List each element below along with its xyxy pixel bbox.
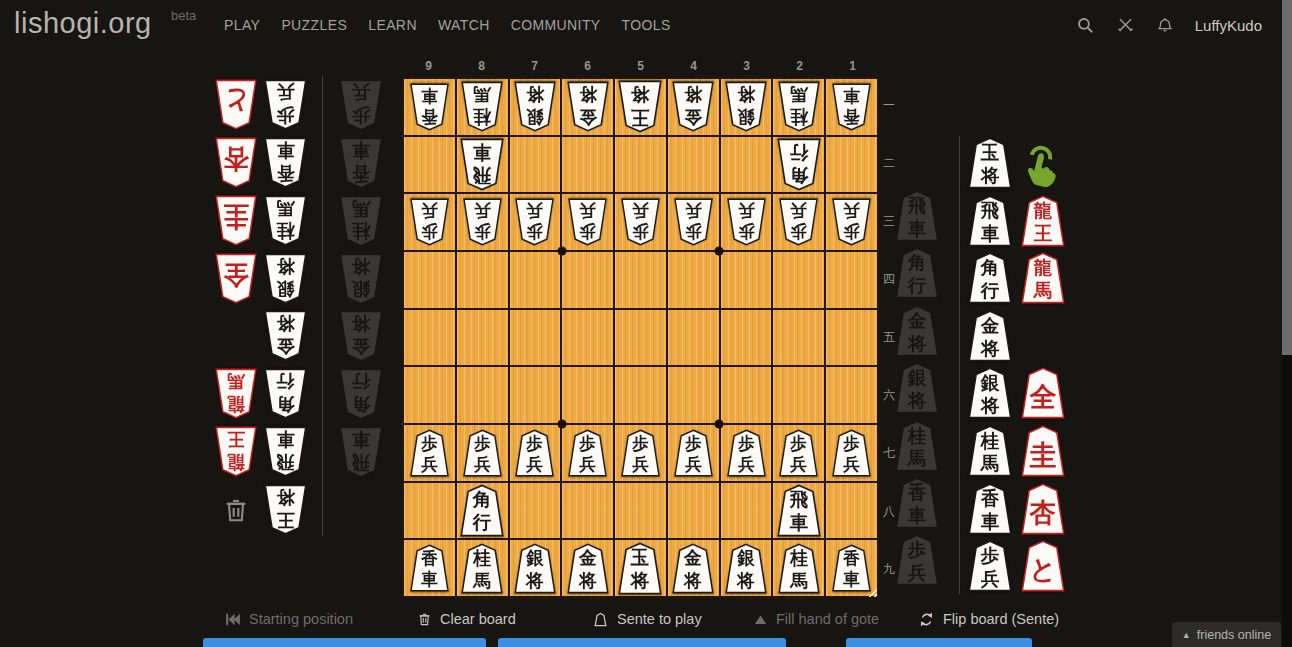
square-45[interactable]	[668, 310, 719, 366]
square-57[interactable]: 歩兵	[615, 425, 666, 481]
palette-gote-+r[interactable]: 龍王	[214, 426, 258, 477]
piece-R-28[interactable]: 飛車	[776, 484, 822, 537]
svg-text:車: 車	[421, 86, 438, 106]
svg-text:金: 金	[907, 310, 927, 331]
square-69[interactable]: 金将	[562, 540, 613, 596]
palette-gote-n[interactable]: 桂馬	[263, 195, 308, 246]
sente-hand-B[interactable]: 角行	[894, 247, 940, 299]
square-34[interactable]	[721, 252, 772, 308]
svg-text:歩: 歩	[907, 539, 927, 560]
hoshi-dot-2	[715, 247, 724, 256]
file-label-9: 9	[402, 59, 455, 75]
gote-hand-r[interactable]: 飛車	[338, 426, 384, 478]
piece-p-53[interactable]: 歩兵	[620, 198, 661, 246]
svg-text:兵: 兵	[631, 454, 649, 474]
palette-sente-S[interactable]: 銀将	[967, 367, 1013, 419]
palette-gote-l[interactable]: 香車	[263, 137, 308, 188]
piece-S-39[interactable]: 銀将	[724, 543, 768, 594]
piece-s-31[interactable]: 銀将	[724, 81, 768, 132]
square-89[interactable]: 桂馬	[457, 540, 508, 596]
file-labels: 987654321	[402, 59, 879, 75]
square-37[interactable]: 歩兵	[721, 425, 772, 481]
palette-gote-p[interactable]: 歩兵	[263, 79, 308, 130]
square-21[interactable]: 桂馬	[773, 79, 824, 135]
piece-s-71[interactable]: 銀将	[513, 81, 557, 132]
file-label-8: 8	[455, 59, 508, 75]
svg-text:歩: 歩	[843, 222, 861, 242]
action-flip-board-sente-[interactable]: Flip board (Sente)	[918, 605, 1059, 633]
square-15[interactable]	[826, 310, 877, 366]
nav-item-tools[interactable]: TOOLS	[622, 17, 671, 33]
svg-text:角: 角	[790, 165, 809, 186]
square-61[interactable]: 金将	[562, 79, 613, 135]
piece-K-59[interactable]: 玉将	[617, 542, 663, 595]
square-62[interactable]	[562, 137, 613, 193]
palette-gote-k[interactable]: 王将	[263, 484, 308, 535]
svg-text:歩: 歩	[579, 222, 597, 242]
piece-P-77[interactable]: 歩兵	[514, 429, 555, 477]
file-label-3: 3	[720, 59, 773, 75]
square-18[interactable]	[826, 483, 877, 539]
square-22[interactable]: 角行	[773, 137, 824, 193]
svg-text:歩: 歩	[420, 433, 438, 453]
piece-S-79[interactable]: 銀将	[513, 543, 557, 594]
svg-text:金: 金	[579, 107, 598, 128]
piece-B-88[interactable]: 角行	[459, 484, 505, 537]
svg-text:龍: 龍	[1033, 257, 1053, 278]
square-26[interactable]	[773, 367, 824, 423]
svg-text:歩: 歩	[277, 105, 296, 126]
svg-text:馬: 馬	[790, 85, 809, 106]
piece-L-99[interactable]: 香車	[409, 544, 450, 592]
svg-text:兵: 兵	[526, 454, 544, 474]
square-43[interactable]: 歩兵	[668, 194, 719, 250]
square-47[interactable]: 歩兵	[668, 425, 719, 481]
svg-text:飛: 飛	[980, 199, 999, 220]
piece-N-89[interactable]: 桂馬	[460, 543, 504, 594]
svg-text:と: と	[1029, 554, 1056, 585]
piece-p-63[interactable]: 歩兵	[567, 198, 608, 246]
svg-text:桂: 桂	[789, 547, 808, 568]
square-53[interactable]: 歩兵	[615, 194, 666, 250]
square-42[interactable]	[668, 137, 719, 193]
svg-text:馬: 馬	[352, 198, 371, 219]
svg-text:角: 角	[472, 489, 491, 510]
svg-text:歩: 歩	[684, 433, 702, 453]
svg-text:角: 角	[277, 394, 296, 415]
friends-online-label: friends online	[1197, 628, 1271, 642]
svg-text:車: 車	[277, 429, 296, 450]
search-icon[interactable]	[1076, 16, 1095, 35]
svg-text:兵: 兵	[632, 201, 650, 221]
svg-text:兵: 兵	[420, 454, 438, 474]
action-starting-position[interactable]: Starting position	[224, 605, 353, 633]
square-27[interactable]: 歩兵	[773, 425, 824, 481]
square-81[interactable]: 桂馬	[457, 79, 508, 135]
square-13[interactable]: 歩兵	[826, 194, 877, 250]
sente-hand-L[interactable]: 香車	[894, 477, 940, 529]
square-19[interactable]: 香車	[826, 540, 877, 596]
palette-sente-R[interactable]: 飛車	[967, 195, 1013, 247]
square-98[interactable]	[404, 483, 455, 539]
notifications-bell-icon[interactable]	[1156, 16, 1174, 34]
square-41[interactable]: 金将	[668, 79, 719, 135]
bottom-action-button-3[interactable]	[846, 638, 1032, 647]
square-99[interactable]: 香車	[404, 540, 455, 596]
svg-text:飛: 飛	[352, 452, 371, 473]
palette-gote-+l[interactable]: 杏	[214, 137, 258, 188]
sente-hand-G[interactable]: 金将	[894, 305, 940, 357]
palette-sente-G[interactable]: 金将	[967, 310, 1013, 362]
square-82[interactable]: 飛車	[457, 137, 508, 193]
svg-text:歩: 歩	[737, 433, 755, 453]
svg-text:行: 行	[980, 280, 1000, 301]
square-88[interactable]: 角行	[457, 483, 508, 539]
svg-text:車: 車	[473, 141, 492, 162]
gote-hand-g[interactable]: 金将	[338, 310, 384, 362]
sente-hand-R[interactable]: 飛車	[894, 190, 940, 242]
svg-text:銀: 銀	[351, 279, 371, 300]
piece-P-97[interactable]: 歩兵	[409, 429, 450, 477]
piece-p-13[interactable]: 歩兵	[831, 198, 872, 246]
square-66[interactable]	[562, 367, 613, 423]
svg-text:兵: 兵	[474, 201, 492, 221]
square-63[interactable]: 歩兵	[562, 194, 613, 250]
square-78[interactable]	[510, 483, 561, 539]
svg-text:歩: 歩	[980, 545, 1000, 566]
square-83[interactable]: 歩兵	[457, 194, 508, 250]
square-35[interactable]	[721, 310, 772, 366]
square-23[interactable]: 歩兵	[773, 194, 824, 250]
square-16[interactable]	[826, 367, 877, 423]
svg-text:歩: 歩	[351, 105, 371, 126]
svg-text:歩: 歩	[474, 222, 492, 242]
square-87[interactable]: 歩兵	[457, 425, 508, 481]
svg-text:馬: 馬	[789, 569, 808, 590]
svg-text:兵: 兵	[527, 201, 545, 221]
palette-sente-N[interactable]: 桂馬	[967, 425, 1013, 477]
svg-text:将: 将	[631, 84, 651, 105]
square-92[interactable]	[404, 137, 455, 193]
piece-p-23[interactable]: 歩兵	[778, 198, 819, 246]
piece-p-73[interactable]: 歩兵	[514, 198, 555, 246]
square-12[interactable]	[826, 137, 877, 193]
svg-text:車: 車	[907, 217, 927, 238]
gote-hand-l[interactable]: 香車	[338, 137, 384, 189]
piece-P-37[interactable]: 歩兵	[726, 429, 767, 477]
square-96[interactable]	[404, 367, 455, 423]
square-36[interactable]	[721, 367, 772, 423]
triangle-up-icon: ▲	[1182, 630, 1191, 640]
sente-hand-S[interactable]: 銀将	[894, 362, 940, 414]
svg-text:将: 将	[577, 569, 597, 590]
svg-text:玉: 玉	[630, 547, 650, 568]
nav-item-community[interactable]: COMMUNITY	[511, 17, 601, 33]
palette-sente-K[interactable]: 玉将	[967, 137, 1013, 189]
square-48[interactable]	[668, 483, 719, 539]
svg-text:圭: 圭	[1029, 439, 1057, 470]
svg-text:車: 車	[790, 512, 809, 533]
challenge-swords-icon[interactable]	[1116, 16, 1135, 35]
svg-text:香: 香	[277, 162, 296, 183]
piece-P-57[interactable]: 歩兵	[620, 429, 661, 477]
trash-icon	[417, 611, 432, 627]
palette-gote-s[interactable]: 銀将	[263, 253, 308, 304]
username[interactable]: LuffyKudo	[1195, 17, 1262, 34]
file-label-4: 4	[667, 59, 720, 75]
svg-text:兵: 兵	[421, 201, 439, 221]
piece-g-61[interactable]: 金将	[566, 81, 610, 132]
svg-text:王: 王	[227, 429, 246, 450]
svg-text:香: 香	[980, 487, 1000, 508]
square-76[interactable]	[510, 367, 561, 423]
svg-text:角: 角	[980, 257, 999, 278]
svg-text:兵: 兵	[790, 201, 808, 221]
piece-G-69[interactable]: 金将	[566, 543, 610, 594]
svg-text:馬: 馬	[473, 85, 492, 106]
friends-online-toggle[interactable]: ▲ friends online	[1172, 622, 1281, 647]
board-editor-page: lishogi.org beta PLAYPUZZLESLEARNWATCHCO…	[0, 0, 1292, 647]
triangle-up-icon	[753, 612, 768, 627]
svg-text:将: 将	[277, 487, 297, 508]
square-71[interactable]: 銀将	[510, 79, 561, 135]
square-51[interactable]: 王将	[615, 79, 666, 135]
action-label: Fill hand of gote	[776, 611, 879, 627]
square-58[interactable]	[615, 483, 666, 539]
svg-text:馬: 馬	[277, 198, 296, 219]
site-logo[interactable]: lishogi.org	[14, 7, 152, 40]
svg-text:桂: 桂	[907, 424, 927, 445]
trash-tool[interactable]	[214, 486, 258, 533]
svg-text:馬: 馬	[472, 569, 491, 590]
square-67[interactable]: 歩兵	[562, 425, 613, 481]
nav-item-learn[interactable]: LEARN	[368, 17, 417, 33]
palette-gote-+p[interactable]: と	[214, 79, 258, 130]
gote-hand-p[interactable]: 歩兵	[338, 79, 384, 131]
action-label: Clear board	[440, 611, 516, 627]
svg-text:将: 将	[351, 256, 371, 277]
square-73[interactable]: 歩兵	[510, 194, 561, 250]
svg-text:歩: 歩	[631, 433, 649, 453]
gote-hand-s[interactable]: 銀将	[338, 253, 384, 305]
square-74[interactable]	[510, 252, 561, 308]
piece-n-21[interactable]: 桂馬	[777, 81, 821, 132]
svg-text:金: 金	[980, 315, 1000, 336]
square-55[interactable]	[615, 310, 666, 366]
square-32[interactable]	[721, 137, 772, 193]
square-85[interactable]	[457, 310, 508, 366]
square-91[interactable]: 香車	[404, 79, 455, 135]
piece-L-19[interactable]: 香車	[831, 544, 872, 592]
piece-p-93[interactable]: 歩兵	[409, 198, 450, 246]
piece-p-43[interactable]: 歩兵	[673, 198, 714, 246]
scrollbar-thumb[interactable]	[1282, 0, 1292, 355]
square-39[interactable]: 銀将	[721, 540, 772, 596]
pointer-cursor-tool[interactable]	[1020, 137, 1070, 189]
piece-P-87[interactable]: 歩兵	[462, 429, 503, 477]
square-68[interactable]	[562, 483, 613, 539]
nav-item-play[interactable]: PLAY	[224, 17, 260, 33]
piece-k-51[interactable]: 王将	[617, 80, 663, 133]
file-label-2: 2	[773, 59, 826, 75]
bottom-action-button-2[interactable]	[498, 638, 786, 647]
action-clear-board[interactable]: Clear board	[417, 605, 516, 633]
svg-text:車: 車	[421, 569, 438, 589]
file-label-6: 6	[561, 59, 614, 75]
square-52[interactable]	[615, 137, 666, 193]
square-56[interactable]	[615, 367, 666, 423]
skip-back-icon	[224, 611, 241, 628]
svg-text:角: 角	[352, 394, 371, 415]
svg-text:歩: 歩	[842, 433, 860, 453]
nav-item-watch[interactable]: WATCH	[438, 17, 490, 33]
palette-sente-+N[interactable]: 圭	[1020, 425, 1066, 477]
piece-p-83[interactable]: 歩兵	[462, 198, 503, 246]
square-24[interactable]	[773, 252, 824, 308]
palette-gote-+b[interactable]: 龍馬	[214, 368, 258, 419]
svg-text:兵: 兵	[907, 562, 927, 583]
gote-hand-b[interactable]: 角行	[338, 368, 384, 420]
left-palette-divider	[322, 76, 323, 536]
svg-text:行: 行	[907, 275, 927, 296]
palette-gote-+n[interactable]: 圭	[214, 195, 258, 246]
square-29[interactable]: 桂馬	[773, 540, 824, 596]
svg-text:歩: 歩	[473, 433, 491, 453]
square-65[interactable]	[562, 310, 613, 366]
nav-item-puzzles[interactable]: PUZZLES	[281, 17, 347, 33]
square-95[interactable]	[404, 310, 455, 366]
square-38[interactable]	[721, 483, 772, 539]
svg-text:兵: 兵	[351, 82, 371, 103]
action-sente-to-play[interactable]: Sente to play	[592, 605, 702, 633]
svg-text:歩: 歩	[790, 433, 808, 453]
sente-hand-P[interactable]: 歩兵	[894, 534, 940, 586]
square-75[interactable]	[510, 310, 561, 366]
square-72[interactable]	[510, 137, 561, 193]
svg-text:将: 将	[526, 85, 546, 106]
action-label: Starting position	[249, 611, 353, 627]
svg-text:飛: 飛	[907, 195, 926, 216]
svg-text:歩: 歩	[738, 222, 756, 242]
svg-text:銀: 銀	[276, 278, 296, 299]
piece-P-17[interactable]: 歩兵	[831, 429, 872, 477]
square-59[interactable]: 玉将	[615, 540, 666, 596]
svg-text:将: 将	[683, 569, 703, 590]
square-93[interactable]: 歩兵	[404, 194, 455, 250]
svg-text:兵: 兵	[738, 201, 756, 221]
palette-sente-+R[interactable]: 龍王	[1020, 195, 1066, 247]
square-86[interactable]	[457, 367, 508, 423]
palette-sente-+P[interactable]: と	[1020, 540, 1066, 592]
piece-G-49[interactable]: 金将	[671, 543, 715, 594]
square-44[interactable]	[668, 252, 719, 308]
square-28[interactable]: 飛車	[773, 483, 824, 539]
palette-gote-g[interactable]: 金将	[263, 310, 308, 361]
sente-hand-N[interactable]: 桂馬	[894, 420, 940, 472]
palette-gote-r[interactable]: 飛車	[263, 426, 308, 477]
hoshi-dot-4	[715, 419, 724, 428]
square-33[interactable]: 歩兵	[721, 194, 772, 250]
palette-gote-b[interactable]: 角行	[263, 368, 308, 419]
piece-p-33[interactable]: 歩兵	[726, 198, 767, 246]
file-label-1: 1	[826, 59, 879, 75]
svg-text:将: 将	[980, 337, 1000, 358]
svg-text:馬: 馬	[980, 452, 999, 473]
svg-text:将: 将	[735, 569, 755, 590]
svg-text:金: 金	[578, 547, 597, 568]
piece-P-47[interactable]: 歩兵	[673, 429, 714, 477]
square-17[interactable]: 歩兵	[826, 425, 877, 481]
palette-sente-+B[interactable]: 龍馬	[1020, 252, 1066, 304]
svg-text:杏: 杏	[1029, 496, 1057, 527]
svg-text:桂: 桂	[980, 430, 1000, 451]
piece-g-41[interactable]: 金将	[671, 81, 715, 132]
square-49[interactable]: 金将	[668, 540, 719, 596]
svg-text:銀: 銀	[907, 367, 927, 388]
svg-text:龍: 龍	[226, 452, 245, 473]
action-fill-hand-of-gote[interactable]: Fill hand of gote	[753, 605, 879, 633]
square-64[interactable]	[562, 252, 613, 308]
palette-sente-L[interactable]: 香車	[967, 483, 1013, 535]
svg-text:兵: 兵	[277, 82, 296, 103]
svg-text:歩: 歩	[527, 222, 545, 242]
piece-P-67[interactable]: 歩兵	[567, 429, 608, 477]
action-label: Flip board (Sente)	[943, 611, 1059, 627]
svg-text:桂: 桂	[351, 221, 371, 242]
piece-N-29[interactable]: 桂馬	[777, 543, 821, 594]
square-94[interactable]	[404, 252, 455, 308]
square-77[interactable]: 歩兵	[510, 425, 561, 481]
piece-l-91[interactable]: 香車	[409, 83, 450, 131]
piece-P-27[interactable]: 歩兵	[778, 429, 819, 477]
palette-gote-+s[interactable]: 全	[214, 253, 258, 304]
svg-text:銀: 銀	[736, 547, 756, 568]
piece-n-81[interactable]: 桂馬	[460, 81, 504, 132]
square-14[interactable]	[826, 252, 877, 308]
svg-text:歩: 歩	[790, 222, 808, 242]
svg-text:杏: 杏	[223, 143, 250, 174]
svg-text:将: 将	[907, 332, 927, 353]
gote-hand-n[interactable]: 桂馬	[338, 195, 384, 247]
square-25[interactable]	[773, 310, 824, 366]
svg-text:角: 角	[907, 252, 926, 273]
piece-b-22[interactable]: 角行	[776, 138, 822, 191]
square-46[interactable]	[668, 367, 719, 423]
square-31[interactable]: 銀将	[721, 79, 772, 135]
action-label: Sente to play	[617, 611, 702, 627]
square-79[interactable]: 銀将	[510, 540, 561, 596]
palette-sente-B[interactable]: 角行	[967, 252, 1013, 304]
svg-text:王: 王	[631, 107, 651, 128]
svg-text:将: 将	[351, 314, 371, 335]
svg-text:将: 将	[277, 314, 297, 335]
svg-text:車: 車	[980, 510, 1000, 531]
svg-text:銀: 銀	[736, 107, 756, 128]
square-54[interactable]	[615, 252, 666, 308]
square-97[interactable]: 歩兵	[404, 425, 455, 481]
piece-r-82[interactable]: 飛車	[459, 138, 505, 191]
flip-icon	[918, 611, 935, 628]
rank-label-2: 二	[881, 135, 897, 193]
palette-sente-P[interactable]: 歩兵	[967, 540, 1013, 592]
square-84[interactable]	[457, 252, 508, 308]
palette-sente-+L[interactable]: 杏	[1020, 483, 1066, 535]
square-11[interactable]: 香車	[826, 79, 877, 135]
bottom-action-button-1[interactable]	[203, 638, 486, 647]
piece-l-11[interactable]: 香車	[831, 83, 872, 131]
palette-sente-+S[interactable]: 全	[1020, 367, 1066, 419]
svg-text:兵: 兵	[473, 454, 491, 474]
